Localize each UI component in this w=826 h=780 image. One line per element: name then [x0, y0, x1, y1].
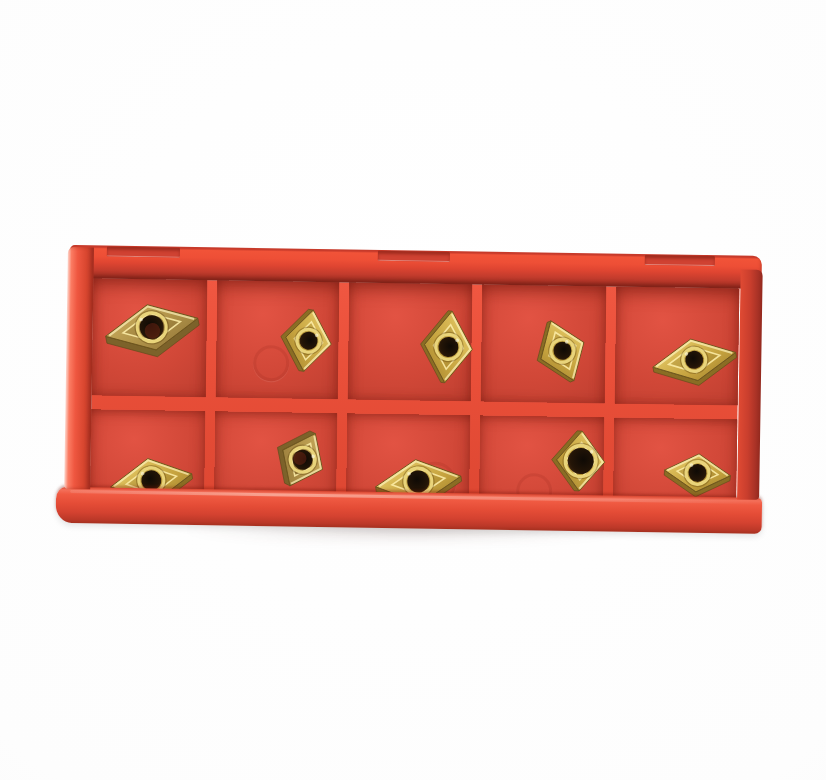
- carbide-insert-top-3: [417, 308, 476, 385]
- carbide-insert-top-4: [526, 313, 596, 391]
- carbide-insert-top-5: [649, 332, 740, 393]
- carbide-insert-bottom-4: [550, 430, 606, 493]
- carbide-insert-bottom-2: [265, 421, 335, 495]
- carbide-insert-bottom-5: [663, 451, 732, 499]
- carbide-insert-top-2: [276, 306, 336, 375]
- left-wall: [64, 247, 94, 489]
- photo-background: [0, 0, 826, 780]
- carbide-insert-top-1: [101, 296, 203, 366]
- insert-storage-tray: [66, 245, 762, 534]
- right-wall: [737, 270, 763, 500]
